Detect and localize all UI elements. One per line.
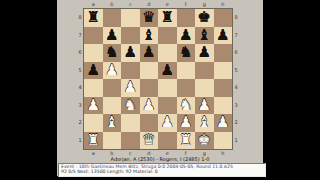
rank-label-7: 7: [77, 27, 83, 45]
square-h3[interactable]: [214, 97, 233, 115]
square-a5[interactable]: ♟: [84, 62, 103, 80]
black-knight[interactable]: ♞: [105, 45, 118, 60]
black-pawn[interactable]: ♟: [198, 45, 211, 60]
square-b7[interactable]: ♟: [103, 27, 122, 45]
file-label-g: g: [195, 2, 214, 8]
square-f7[interactable]: ♟: [177, 27, 196, 45]
black-pawn[interactable]: ♟: [179, 27, 192, 42]
square-g1[interactable]: ♚: [195, 132, 214, 150]
square-g3[interactable]: ♟: [195, 97, 214, 115]
square-g4[interactable]: [195, 79, 214, 97]
square-h6[interactable]: [214, 44, 233, 62]
file-label-d: d: [140, 2, 159, 8]
black-rook[interactable]: ♜: [161, 10, 174, 25]
black-queen[interactable]: ♛: [142, 10, 155, 25]
rank-label-5: 5: [233, 62, 239, 80]
rank-labels-left: 87654321: [77, 9, 83, 149]
square-e1[interactable]: [158, 132, 177, 150]
black-bishop[interactable]: ♝: [142, 27, 155, 42]
square-f4[interactable]: [177, 79, 196, 97]
square-e8[interactable]: ♜: [158, 9, 177, 27]
square-b1[interactable]: [103, 132, 122, 150]
square-h4[interactable]: [214, 79, 233, 97]
white-knight[interactable]: ♞: [124, 97, 137, 112]
square-h1[interactable]: [214, 132, 233, 150]
file-label-f: f: [177, 2, 196, 8]
square-a7[interactable]: [84, 27, 103, 45]
square-h7[interactable]: ♟: [214, 27, 233, 45]
left-pillarbox-bar: [0, 0, 57, 180]
square-f8[interactable]: [177, 9, 196, 27]
file-label-c: c: [121, 2, 140, 8]
square-e5[interactable]: ♟: [158, 62, 177, 80]
square-d7[interactable]: ♝: [140, 27, 159, 45]
square-f2[interactable]: ♟: [177, 114, 196, 132]
square-b6[interactable]: ♞: [103, 44, 122, 62]
white-rook[interactable]: ♜: [87, 132, 100, 147]
black-knight[interactable]: ♞: [179, 45, 192, 60]
file-label-e: e: [158, 2, 177, 8]
rank-label-3: 3: [233, 97, 239, 115]
square-d4[interactable]: [140, 79, 159, 97]
rank-label-8: 8: [233, 9, 239, 27]
square-a2[interactable]: [84, 114, 103, 132]
square-h2[interactable]: ♟: [214, 114, 233, 132]
black-pawn[interactable]: ♟: [142, 45, 155, 60]
square-c2[interactable]: [121, 114, 140, 132]
white-knight[interactable]: ♞: [179, 97, 192, 112]
square-d1[interactable]: ♛: [140, 132, 159, 150]
rank-label-4: 4: [233, 79, 239, 97]
square-h5[interactable]: [214, 62, 233, 80]
square-b8[interactable]: [103, 9, 122, 27]
square-g2[interactable]: ♝: [195, 114, 214, 132]
square-g6[interactable]: ♟: [195, 44, 214, 62]
square-b5[interactable]: ♟: [103, 62, 122, 80]
rank-label-1: 1: [77, 132, 83, 150]
white-king[interactable]: ♚: [198, 132, 211, 147]
square-a6[interactable]: [84, 44, 103, 62]
white-bishop[interactable]: ♝: [198, 115, 211, 130]
square-g5[interactable]: [195, 62, 214, 80]
square-e6[interactable]: [158, 44, 177, 62]
white-pawn[interactable]: ♟: [105, 62, 118, 77]
white-pawn[interactable]: ♟: [142, 97, 155, 112]
file-label-h: h: [214, 2, 233, 8]
rank-label-8: 8: [77, 9, 83, 27]
black-pawn[interactable]: ♟: [105, 27, 118, 42]
white-queen[interactable]: ♛: [142, 132, 155, 147]
square-e4[interactable]: [158, 79, 177, 97]
square-a3[interactable]: ♟: [84, 97, 103, 115]
square-b3[interactable]: [103, 97, 122, 115]
rank-labels-right: 87654321: [233, 9, 239, 149]
white-pawn[interactable]: ♟: [198, 97, 211, 112]
black-king[interactable]: ♚: [198, 10, 211, 25]
square-c5[interactable]: [121, 62, 140, 80]
square-d2[interactable]: [140, 114, 159, 132]
square-e3[interactable]: [158, 97, 177, 115]
square-c8[interactable]: [121, 9, 140, 27]
rank-label-6: 6: [77, 44, 83, 62]
white-pawn[interactable]: ♟: [87, 97, 100, 112]
black-pawn[interactable]: ♟: [87, 62, 100, 77]
square-e7[interactable]: [158, 27, 177, 45]
white-pawn[interactable]: ♟: [179, 115, 192, 130]
white-rook[interactable]: ♜: [179, 132, 192, 147]
square-a8[interactable]: ♜: [84, 9, 103, 27]
square-a1[interactable]: ♜: [84, 132, 103, 150]
rank-label-1: 1: [233, 132, 239, 150]
square-f3[interactable]: ♞: [177, 97, 196, 115]
square-c1[interactable]: [121, 132, 140, 150]
rank-label-2: 2: [77, 114, 83, 132]
square-f1[interactable]: ♜: [177, 132, 196, 150]
square-d6[interactable]: ♟: [140, 44, 159, 62]
square-c3[interactable]: ♞: [121, 97, 140, 115]
stats-info-line: 92 0/5 Next: 13500 Length: 92 Material: …: [61, 169, 263, 174]
game-info-box: Event : 10th Gastineau Mem Blitz, Struga…: [58, 163, 266, 177]
black-pawn[interactable]: ♟: [216, 27, 229, 42]
file-labels-top: abcdefgh: [84, 2, 232, 8]
rank-label-6: 6: [233, 44, 239, 62]
white-pawn[interactable]: ♟: [124, 80, 137, 95]
square-a4[interactable]: [84, 79, 103, 97]
square-b2[interactable]: ♝: [103, 114, 122, 132]
chessboard-panel: abcdefgh 87654321 ♜♛♜♚♟♝♟♝♟♞♟♟♞♟♟♟♟♟♟♞♟♞…: [57, 0, 263, 176]
rank-label-5: 5: [77, 62, 83, 80]
white-bishop[interactable]: ♝: [105, 115, 118, 130]
rank-label-2: 2: [233, 114, 239, 132]
square-g7[interactable]: ♝: [195, 27, 214, 45]
black-pawn[interactable]: ♟: [161, 62, 174, 77]
square-f6[interactable]: ♞: [177, 44, 196, 62]
rank-label-4: 4: [77, 79, 83, 97]
square-d8[interactable]: ♛: [140, 9, 159, 27]
white-pawn[interactable]: ♟: [161, 115, 174, 130]
square-g8[interactable]: ♚: [195, 9, 214, 27]
white-pawn[interactable]: ♟: [216, 115, 229, 130]
square-h8[interactable]: [214, 9, 233, 27]
square-c7[interactable]: [121, 27, 140, 45]
rank-label-3: 3: [77, 97, 83, 115]
file-label-a: a: [84, 2, 103, 8]
file-label-b: b: [103, 2, 122, 8]
players-result-line: Adorjan, A (2530) - Rogers, I (2485) 1-0: [57, 157, 263, 163]
square-d3[interactable]: ♟: [140, 97, 159, 115]
square-c6[interactable]: ♟: [121, 44, 140, 62]
black-bishop[interactable]: ♝: [198, 27, 211, 42]
square-b4[interactable]: [103, 79, 122, 97]
black-rook[interactable]: ♜: [87, 10, 100, 25]
square-e2[interactable]: ♟: [158, 114, 177, 132]
square-f5[interactable]: [177, 62, 196, 80]
square-d5[interactable]: [140, 62, 159, 80]
rank-label-7: 7: [233, 27, 239, 45]
right-pillarbox-bar: [263, 0, 320, 180]
chess-board[interactable]: ♜♛♜♚♟♝♟♝♟♞♟♟♞♟♟♟♟♟♟♞♟♞♟♝♟♟♝♟♜♛♜♚: [84, 9, 232, 149]
square-c4[interactable]: ♟: [121, 79, 140, 97]
video-frame: { "game": "chess", "position": { "fen": …: [0, 0, 320, 180]
black-pawn[interactable]: ♟: [124, 45, 137, 60]
